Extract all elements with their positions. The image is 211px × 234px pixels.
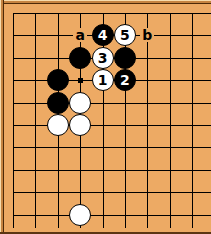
white-stone [69, 204, 91, 226]
hoshi-marker [78, 78, 83, 83]
point-label-b: b [140, 28, 154, 42]
go-board-diagram[interactable]: 45312ab [0, 0, 211, 234]
black-stone [47, 69, 69, 91]
point-label-a: a [73, 28, 86, 42]
stone-layer: 45312ab [2, 2, 204, 226]
black-stone [114, 47, 136, 69]
black-stone-move-2: 2 [114, 69, 136, 91]
white-stone-move-1: 1 [92, 69, 114, 91]
white-stone [69, 114, 91, 136]
white-stone-move-5: 5 [114, 24, 136, 46]
black-stone-move-4: 4 [92, 24, 114, 46]
white-stone [47, 114, 69, 136]
border-bottom-edge [0, 232, 211, 234]
black-stone [47, 92, 69, 114]
white-stone-move-3: 3 [92, 47, 114, 69]
white-stone [69, 92, 91, 114]
black-stone [69, 47, 91, 69]
